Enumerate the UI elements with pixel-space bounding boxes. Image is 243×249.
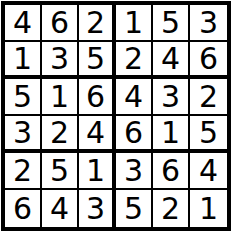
cell-r1c2[interactable]: 6 <box>42 5 79 42</box>
cell-r2c3[interactable]: 5 <box>79 42 116 79</box>
cell-r5c1[interactable]: 2 <box>5 153 42 190</box>
cell-r1c1[interactable]: 4 <box>5 5 42 42</box>
cell-r3c2[interactable]: 1 <box>42 79 79 116</box>
cell-r3c6[interactable]: 2 <box>190 79 227 116</box>
cell-r5c5[interactable]: 6 <box>153 153 190 190</box>
cell-r6c2[interactable]: 4 <box>42 190 79 227</box>
cell-r5c4[interactable]: 3 <box>116 153 153 190</box>
cell-r1c5[interactable]: 5 <box>153 5 190 42</box>
cell-r3c3[interactable]: 6 <box>79 79 116 116</box>
cell-r1c6[interactable]: 3 <box>190 5 227 42</box>
cell-r6c6[interactable]: 1 <box>190 190 227 227</box>
cell-r1c3[interactable]: 2 <box>79 5 116 42</box>
cell-r4c1[interactable]: 3 <box>5 116 42 153</box>
cell-r3c1[interactable]: 5 <box>5 79 42 116</box>
sudoku-board: 462153135246516432324615251364643521 <box>1 1 231 231</box>
cell-r2c1[interactable]: 1 <box>5 42 42 79</box>
cell-r4c6[interactable]: 5 <box>190 116 227 153</box>
cell-r5c6[interactable]: 4 <box>190 153 227 190</box>
cell-r4c4[interactable]: 6 <box>116 116 153 153</box>
cell-r6c1[interactable]: 6 <box>5 190 42 227</box>
cell-r3c4[interactable]: 4 <box>116 79 153 116</box>
cell-r1c4[interactable]: 1 <box>116 5 153 42</box>
cell-r4c5[interactable]: 1 <box>153 116 190 153</box>
cell-r4c2[interactable]: 2 <box>42 116 79 153</box>
cell-r2c5[interactable]: 4 <box>153 42 190 79</box>
cell-r2c6[interactable]: 6 <box>190 42 227 79</box>
cell-r4c3[interactable]: 4 <box>79 116 116 153</box>
cell-r6c3[interactable]: 3 <box>79 190 116 227</box>
cell-r3c5[interactable]: 3 <box>153 79 190 116</box>
cell-r5c3[interactable]: 1 <box>79 153 116 190</box>
cell-r6c5[interactable]: 2 <box>153 190 190 227</box>
cell-r2c4[interactable]: 2 <box>116 42 153 79</box>
cell-r2c2[interactable]: 3 <box>42 42 79 79</box>
cell-r5c2[interactable]: 5 <box>42 153 79 190</box>
cell-r6c4[interactable]: 5 <box>116 190 153 227</box>
